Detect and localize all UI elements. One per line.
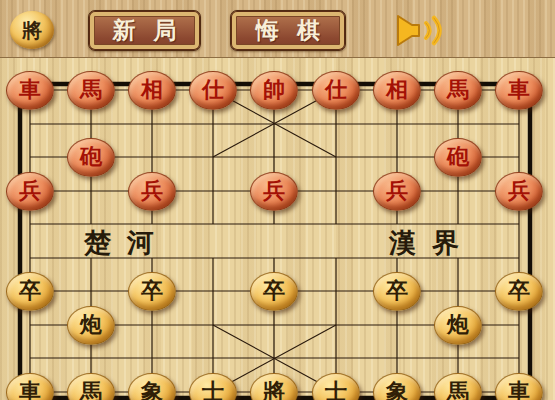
piece-glyph: 車 — [19, 380, 41, 400]
piece-glyph: 相 — [141, 78, 163, 100]
toolbar: 將 新局 悔棋 — [0, 0, 555, 58]
piece-glyph: 馬 — [447, 380, 469, 400]
piece-glyph: 車 — [508, 78, 530, 100]
piece-glyph: 兵 — [386, 179, 408, 201]
piece-glyph: 象 — [386, 380, 408, 400]
piece-red-chariot[interactable]: 車 — [6, 71, 54, 110]
piece-glyph: 相 — [386, 78, 408, 100]
piece-glyph: 卒 — [141, 279, 163, 301]
piece-glyph: 兵 — [19, 179, 41, 201]
piece-glyph: 兵 — [263, 179, 285, 201]
piece-red-advisor[interactable]: 仕 — [312, 71, 360, 110]
piece-red-soldier[interactable]: 兵 — [6, 172, 54, 211]
piece-red-cannon[interactable]: 砲 — [434, 138, 482, 177]
piece-glyph: 帥 — [263, 78, 285, 100]
new-game-button-label: 新局 — [113, 15, 195, 46]
piece-red-elephant[interactable]: 相 — [128, 71, 176, 110]
piece-glyph: 砲 — [80, 145, 102, 167]
app-logo-glyph: 將 — [22, 17, 42, 44]
piece-glyph: 車 — [508, 380, 530, 400]
river-label-han-jie: 漢界 — [389, 225, 475, 261]
piece-glyph: 卒 — [508, 279, 530, 301]
piece-red-general[interactable]: 帥 — [250, 71, 298, 110]
piece-black-cannon[interactable]: 炮 — [434, 306, 482, 345]
piece-red-elephant[interactable]: 相 — [373, 71, 421, 110]
board[interactable]: 楚河 漢界 車馬相仕帥仕相馬車砲砲兵兵兵兵兵卒卒卒卒卒炮炮車馬象士將士象馬車 — [0, 58, 555, 400]
piece-glyph: 車 — [19, 78, 41, 100]
piece-black-soldier[interactable]: 卒 — [6, 272, 54, 311]
piece-glyph: 砲 — [447, 145, 469, 167]
piece-red-cannon[interactable]: 砲 — [67, 138, 115, 177]
river-label-chu-he: 楚河 — [84, 225, 170, 261]
undo-move-button-label: 悔棋 — [256, 15, 338, 46]
app-logo-piece-icon: 將 — [10, 11, 54, 49]
piece-glyph: 兵 — [141, 179, 163, 201]
new-game-button[interactable]: 新局 — [88, 10, 201, 51]
undo-move-button[interactable]: 悔棋 — [230, 10, 346, 51]
piece-glyph: 卒 — [263, 279, 285, 301]
piece-red-soldier[interactable]: 兵 — [373, 172, 421, 211]
piece-black-soldier[interactable]: 卒 — [250, 272, 298, 311]
piece-black-soldier[interactable]: 卒 — [128, 272, 176, 311]
piece-red-horse[interactable]: 馬 — [434, 71, 482, 110]
piece-black-soldier[interactable]: 卒 — [495, 272, 543, 311]
piece-glyph: 仕 — [202, 78, 224, 100]
piece-glyph: 象 — [141, 380, 163, 400]
piece-glyph: 兵 — [508, 179, 530, 201]
piece-glyph: 馬 — [80, 78, 102, 100]
piece-red-chariot[interactable]: 車 — [495, 71, 543, 110]
piece-red-advisor[interactable]: 仕 — [189, 71, 237, 110]
piece-glyph: 將 — [263, 380, 285, 400]
piece-glyph: 仕 — [325, 78, 347, 100]
piece-red-horse[interactable]: 馬 — [67, 71, 115, 110]
piece-black-soldier[interactable]: 卒 — [373, 272, 421, 311]
sound-speaker-icon[interactable] — [395, 12, 453, 49]
piece-glyph: 炮 — [80, 313, 102, 335]
piece-red-soldier[interactable]: 兵 — [495, 172, 543, 211]
piece-glyph: 卒 — [386, 279, 408, 301]
piece-red-soldier[interactable]: 兵 — [128, 172, 176, 211]
piece-glyph: 士 — [325, 380, 347, 400]
piece-glyph: 卒 — [19, 279, 41, 301]
piece-black-cannon[interactable]: 炮 — [67, 306, 115, 345]
piece-glyph: 士 — [202, 380, 224, 400]
piece-glyph: 炮 — [447, 313, 469, 335]
piece-glyph: 馬 — [447, 78, 469, 100]
piece-glyph: 馬 — [80, 380, 102, 400]
piece-red-soldier[interactable]: 兵 — [250, 172, 298, 211]
xiangqi-app-window: 將 新局 悔棋 — [0, 0, 555, 400]
